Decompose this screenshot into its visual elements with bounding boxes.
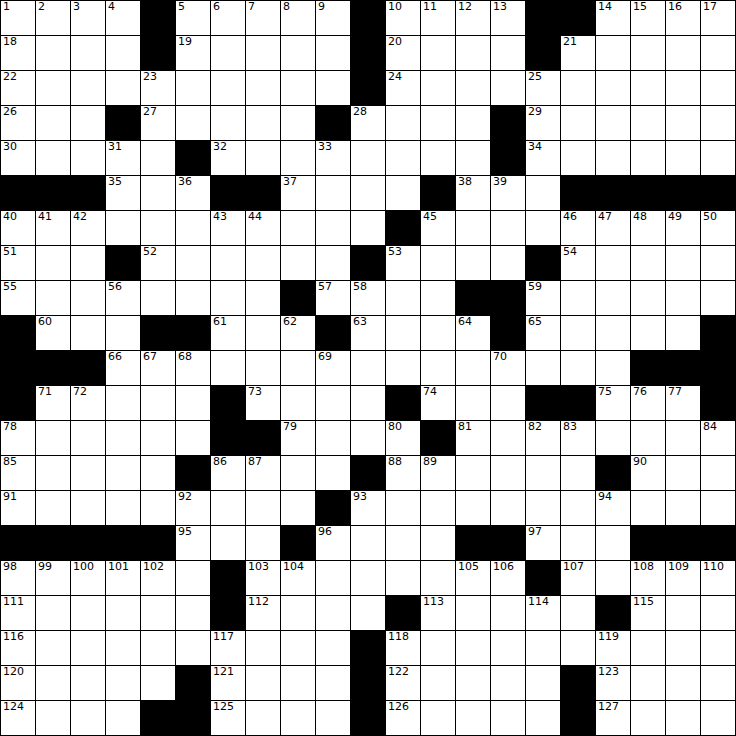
grid-cell[interactable]: 121 <box>211 666 246 701</box>
grid-cell[interactable] <box>666 141 701 176</box>
grid-cell[interactable] <box>246 631 281 666</box>
grid-cell[interactable] <box>561 281 596 316</box>
grid-cell[interactable]: 89 <box>421 456 456 491</box>
grid-cell[interactable] <box>71 491 106 526</box>
grid-cell[interactable] <box>141 176 176 211</box>
grid-cell[interactable] <box>526 666 561 701</box>
grid-cell[interactable] <box>316 701 351 736</box>
grid-cell[interactable]: 10 <box>386 1 421 36</box>
grid-cell[interactable]: 103 <box>246 561 281 596</box>
grid-cell[interactable] <box>491 596 526 631</box>
grid-cell[interactable] <box>561 316 596 351</box>
grid-cell[interactable]: 15 <box>631 1 666 36</box>
grid-cell[interactable]: 68 <box>176 351 211 386</box>
grid-cell[interactable] <box>281 596 316 631</box>
grid-cell[interactable] <box>211 36 246 71</box>
grid-cell[interactable] <box>386 141 421 176</box>
grid-cell[interactable]: 96 <box>316 526 351 561</box>
grid-cell[interactable] <box>596 316 631 351</box>
grid-cell[interactable]: 35 <box>106 176 141 211</box>
grid-cell[interactable]: 115 <box>631 596 666 631</box>
grid-cell[interactable] <box>421 281 456 316</box>
grid-cell[interactable] <box>281 211 316 246</box>
grid-cell[interactable] <box>421 491 456 526</box>
grid-cell[interactable] <box>141 386 176 421</box>
grid-cell[interactable] <box>456 666 491 701</box>
grid-cell[interactable] <box>176 386 211 421</box>
grid-cell[interactable]: 47 <box>596 211 631 246</box>
grid-cell[interactable]: 62 <box>281 316 316 351</box>
grid-cell[interactable]: 51 <box>1 246 36 281</box>
grid-cell[interactable]: 46 <box>561 211 596 246</box>
grid-cell[interactable] <box>561 71 596 106</box>
grid-cell[interactable] <box>596 36 631 71</box>
grid-cell[interactable] <box>36 456 71 491</box>
grid-cell[interactable] <box>246 351 281 386</box>
grid-cell[interactable] <box>456 596 491 631</box>
grid-cell[interactable] <box>281 141 316 176</box>
grid-cell[interactable]: 16 <box>666 1 701 36</box>
grid-cell[interactable]: 104 <box>281 561 316 596</box>
grid-cell[interactable]: 41 <box>36 211 71 246</box>
grid-cell[interactable] <box>351 561 386 596</box>
grid-cell[interactable]: 40 <box>1 211 36 246</box>
grid-cell[interactable] <box>666 456 701 491</box>
grid-cell[interactable] <box>71 71 106 106</box>
grid-cell[interactable]: 14 <box>596 1 631 36</box>
grid-cell[interactable]: 82 <box>526 421 561 456</box>
grid-cell[interactable] <box>246 106 281 141</box>
grid-cell[interactable] <box>316 561 351 596</box>
grid-cell[interactable] <box>701 456 736 491</box>
grid-cell[interactable] <box>561 141 596 176</box>
grid-cell[interactable]: 107 <box>561 561 596 596</box>
grid-cell[interactable] <box>36 421 71 456</box>
grid-cell[interactable] <box>351 421 386 456</box>
grid-cell[interactable] <box>211 351 246 386</box>
grid-cell[interactable] <box>316 36 351 71</box>
grid-cell[interactable]: 19 <box>176 36 211 71</box>
grid-cell[interactable]: 24 <box>386 71 421 106</box>
grid-cell[interactable]: 76 <box>631 386 666 421</box>
grid-cell[interactable] <box>176 631 211 666</box>
grid-cell[interactable]: 90 <box>631 456 666 491</box>
grid-cell[interactable]: 33 <box>316 141 351 176</box>
grid-cell[interactable]: 28 <box>351 106 386 141</box>
grid-cell[interactable]: 92 <box>176 491 211 526</box>
grid-cell[interactable] <box>701 141 736 176</box>
grid-cell[interactable] <box>526 491 561 526</box>
grid-cell[interactable] <box>351 526 386 561</box>
grid-cell[interactable]: 57 <box>316 281 351 316</box>
grid-cell[interactable] <box>491 71 526 106</box>
grid-cell[interactable]: 32 <box>211 141 246 176</box>
grid-cell[interactable] <box>106 596 141 631</box>
grid-cell[interactable] <box>36 491 71 526</box>
grid-cell[interactable] <box>421 71 456 106</box>
grid-cell[interactable] <box>71 246 106 281</box>
grid-cell[interactable] <box>701 631 736 666</box>
grid-cell[interactable]: 39 <box>491 176 526 211</box>
grid-cell[interactable] <box>526 456 561 491</box>
grid-cell[interactable] <box>456 106 491 141</box>
grid-cell[interactable]: 64 <box>456 316 491 351</box>
grid-cell[interactable] <box>211 526 246 561</box>
grid-cell[interactable] <box>526 351 561 386</box>
grid-cell[interactable] <box>281 666 316 701</box>
grid-cell[interactable] <box>281 631 316 666</box>
grid-cell[interactable] <box>106 211 141 246</box>
grid-cell[interactable]: 100 <box>71 561 106 596</box>
grid-cell[interactable] <box>36 631 71 666</box>
grid-cell[interactable] <box>701 246 736 281</box>
grid-cell[interactable] <box>631 491 666 526</box>
grid-cell[interactable] <box>631 316 666 351</box>
grid-cell[interactable]: 86 <box>211 456 246 491</box>
grid-cell[interactable] <box>71 666 106 701</box>
grid-cell[interactable] <box>246 246 281 281</box>
grid-cell[interactable] <box>176 106 211 141</box>
grid-cell[interactable] <box>386 281 421 316</box>
grid-cell[interactable] <box>281 106 316 141</box>
grid-cell[interactable]: 126 <box>386 701 421 736</box>
grid-cell[interactable] <box>351 141 386 176</box>
grid-cell[interactable] <box>281 491 316 526</box>
grid-cell[interactable]: 71 <box>36 386 71 421</box>
grid-cell[interactable] <box>561 351 596 386</box>
grid-cell[interactable]: 50 <box>701 211 736 246</box>
grid-cell[interactable] <box>666 421 701 456</box>
grid-cell[interactable] <box>491 246 526 281</box>
grid-cell[interactable]: 72 <box>71 386 106 421</box>
grid-cell[interactable] <box>666 71 701 106</box>
grid-cell[interactable] <box>561 631 596 666</box>
grid-cell[interactable] <box>71 36 106 71</box>
grid-cell[interactable] <box>596 246 631 281</box>
grid-cell[interactable] <box>491 386 526 421</box>
grid-cell[interactable]: 108 <box>631 561 666 596</box>
grid-cell[interactable] <box>631 421 666 456</box>
grid-cell[interactable] <box>666 106 701 141</box>
grid-cell[interactable] <box>351 386 386 421</box>
grid-cell[interactable] <box>386 106 421 141</box>
grid-cell[interactable] <box>211 71 246 106</box>
grid-cell[interactable]: 61 <box>211 316 246 351</box>
grid-cell[interactable]: 45 <box>421 211 456 246</box>
grid-cell[interactable] <box>316 456 351 491</box>
grid-cell[interactable] <box>666 36 701 71</box>
grid-cell[interactable] <box>666 666 701 701</box>
grid-cell[interactable] <box>701 106 736 141</box>
grid-cell[interactable] <box>246 526 281 561</box>
grid-cell[interactable]: 9 <box>316 1 351 36</box>
grid-cell[interactable]: 93 <box>351 491 386 526</box>
grid-cell[interactable] <box>491 701 526 736</box>
grid-cell[interactable] <box>106 36 141 71</box>
grid-cell[interactable] <box>176 596 211 631</box>
grid-cell[interactable] <box>141 421 176 456</box>
grid-cell[interactable]: 26 <box>1 106 36 141</box>
grid-cell[interactable]: 48 <box>631 211 666 246</box>
grid-cell[interactable]: 120 <box>1 666 36 701</box>
grid-cell[interactable] <box>281 36 316 71</box>
grid-cell[interactable] <box>316 176 351 211</box>
grid-cell[interactable]: 113 <box>421 596 456 631</box>
grid-cell[interactable] <box>106 456 141 491</box>
grid-cell[interactable] <box>666 701 701 736</box>
grid-cell[interactable] <box>351 351 386 386</box>
grid-cell[interactable]: 88 <box>386 456 421 491</box>
grid-cell[interactable]: 36 <box>176 176 211 211</box>
grid-cell[interactable] <box>316 211 351 246</box>
grid-cell[interactable]: 75 <box>596 386 631 421</box>
grid-cell[interactable] <box>141 211 176 246</box>
grid-cell[interactable]: 80 <box>386 421 421 456</box>
grid-cell[interactable] <box>421 141 456 176</box>
grid-cell[interactable] <box>351 596 386 631</box>
grid-cell[interactable] <box>386 316 421 351</box>
grid-cell[interactable] <box>421 36 456 71</box>
grid-cell[interactable] <box>246 316 281 351</box>
grid-cell[interactable] <box>316 421 351 456</box>
grid-cell[interactable] <box>316 246 351 281</box>
grid-cell[interactable]: 52 <box>141 246 176 281</box>
grid-cell[interactable] <box>421 666 456 701</box>
grid-cell[interactable]: 20 <box>386 36 421 71</box>
grid-cell[interactable]: 85 <box>1 456 36 491</box>
grid-cell[interactable]: 78 <box>1 421 36 456</box>
grid-cell[interactable]: 60 <box>36 316 71 351</box>
grid-cell[interactable] <box>456 386 491 421</box>
grid-cell[interactable] <box>106 631 141 666</box>
grid-cell[interactable] <box>281 701 316 736</box>
grid-cell[interactable] <box>701 36 736 71</box>
grid-cell[interactable] <box>701 491 736 526</box>
grid-cell[interactable]: 21 <box>561 36 596 71</box>
grid-cell[interactable] <box>316 631 351 666</box>
grid-cell[interactable]: 127 <box>596 701 631 736</box>
grid-cell[interactable]: 94 <box>596 491 631 526</box>
grid-cell[interactable] <box>36 281 71 316</box>
grid-cell[interactable] <box>491 456 526 491</box>
grid-cell[interactable]: 8 <box>281 1 316 36</box>
grid-cell[interactable]: 109 <box>666 561 701 596</box>
grid-cell[interactable] <box>386 561 421 596</box>
grid-cell[interactable] <box>631 141 666 176</box>
grid-cell[interactable] <box>631 71 666 106</box>
grid-cell[interactable]: 58 <box>351 281 386 316</box>
grid-cell[interactable] <box>71 281 106 316</box>
grid-cell[interactable] <box>351 176 386 211</box>
grid-cell[interactable] <box>421 561 456 596</box>
grid-cell[interactable] <box>456 141 491 176</box>
grid-cell[interactable] <box>71 701 106 736</box>
grid-cell[interactable] <box>631 246 666 281</box>
grid-cell[interactable] <box>421 246 456 281</box>
grid-cell[interactable]: 114 <box>526 596 561 631</box>
grid-cell[interactable] <box>71 456 106 491</box>
grid-cell[interactable] <box>491 666 526 701</box>
grid-cell[interactable] <box>36 71 71 106</box>
grid-cell[interactable]: 22 <box>1 71 36 106</box>
grid-cell[interactable]: 37 <box>281 176 316 211</box>
grid-cell[interactable]: 29 <box>526 106 561 141</box>
grid-cell[interactable]: 79 <box>281 421 316 456</box>
grid-cell[interactable] <box>281 386 316 421</box>
grid-cell[interactable]: 110 <box>701 561 736 596</box>
grid-cell[interactable]: 34 <box>526 141 561 176</box>
grid-cell[interactable]: 77 <box>666 386 701 421</box>
grid-cell[interactable] <box>701 596 736 631</box>
grid-cell[interactable]: 27 <box>141 106 176 141</box>
grid-cell[interactable]: 66 <box>106 351 141 386</box>
grid-cell[interactable]: 101 <box>106 561 141 596</box>
grid-cell[interactable] <box>36 106 71 141</box>
grid-cell[interactable] <box>316 386 351 421</box>
grid-cell[interactable] <box>631 36 666 71</box>
grid-cell[interactable]: 69 <box>316 351 351 386</box>
grid-cell[interactable] <box>71 631 106 666</box>
grid-cell[interactable] <box>596 281 631 316</box>
grid-cell[interactable] <box>106 666 141 701</box>
grid-cell[interactable] <box>596 71 631 106</box>
grid-cell[interactable] <box>71 316 106 351</box>
grid-cell[interactable] <box>666 246 701 281</box>
grid-cell[interactable]: 118 <box>386 631 421 666</box>
grid-cell[interactable] <box>246 281 281 316</box>
grid-cell[interactable] <box>491 631 526 666</box>
grid-cell[interactable] <box>456 456 491 491</box>
grid-cell[interactable]: 12 <box>456 1 491 36</box>
grid-cell[interactable]: 38 <box>456 176 491 211</box>
grid-cell[interactable] <box>456 631 491 666</box>
grid-cell[interactable]: 87 <box>246 456 281 491</box>
grid-cell[interactable] <box>456 491 491 526</box>
grid-cell[interactable] <box>526 701 561 736</box>
grid-cell[interactable]: 44 <box>246 211 281 246</box>
grid-cell[interactable] <box>36 141 71 176</box>
grid-cell[interactable] <box>421 351 456 386</box>
grid-cell[interactable]: 42 <box>71 211 106 246</box>
grid-cell[interactable]: 122 <box>386 666 421 701</box>
grid-cell[interactable] <box>106 491 141 526</box>
grid-cell[interactable]: 112 <box>246 596 281 631</box>
grid-cell[interactable]: 91 <box>1 491 36 526</box>
grid-cell[interactable] <box>281 71 316 106</box>
grid-cell[interactable]: 95 <box>176 526 211 561</box>
grid-cell[interactable] <box>71 596 106 631</box>
grid-cell[interactable]: 97 <box>526 526 561 561</box>
grid-cell[interactable]: 4 <box>106 1 141 36</box>
grid-cell[interactable] <box>141 141 176 176</box>
grid-cell[interactable]: 84 <box>701 421 736 456</box>
grid-cell[interactable]: 123 <box>596 666 631 701</box>
grid-cell[interactable] <box>561 526 596 561</box>
grid-cell[interactable] <box>491 36 526 71</box>
grid-cell[interactable]: 117 <box>211 631 246 666</box>
grid-cell[interactable] <box>386 526 421 561</box>
grid-cell[interactable] <box>701 281 736 316</box>
grid-cell[interactable] <box>421 631 456 666</box>
grid-cell[interactable] <box>246 491 281 526</box>
grid-cell[interactable]: 13 <box>491 1 526 36</box>
grid-cell[interactable] <box>71 106 106 141</box>
grid-cell[interactable] <box>631 281 666 316</box>
grid-cell[interactable]: 5 <box>176 1 211 36</box>
grid-cell[interactable]: 119 <box>596 631 631 666</box>
grid-cell[interactable]: 81 <box>456 421 491 456</box>
grid-cell[interactable] <box>71 421 106 456</box>
grid-cell[interactable] <box>176 211 211 246</box>
grid-cell[interactable] <box>666 316 701 351</box>
grid-cell[interactable]: 25 <box>526 71 561 106</box>
grid-cell[interactable]: 3 <box>71 1 106 36</box>
grid-cell[interactable] <box>701 71 736 106</box>
grid-cell[interactable]: 59 <box>526 281 561 316</box>
grid-cell[interactable] <box>36 246 71 281</box>
grid-cell[interactable]: 74 <box>421 386 456 421</box>
grid-cell[interactable] <box>246 36 281 71</box>
grid-cell[interactable] <box>211 246 246 281</box>
grid-cell[interactable] <box>176 561 211 596</box>
grid-cell[interactable] <box>246 141 281 176</box>
grid-cell[interactable] <box>246 71 281 106</box>
grid-cell[interactable] <box>211 106 246 141</box>
grid-cell[interactable] <box>596 526 631 561</box>
grid-cell[interactable] <box>211 281 246 316</box>
grid-cell[interactable] <box>596 421 631 456</box>
grid-cell[interactable] <box>141 456 176 491</box>
grid-cell[interactable] <box>526 176 561 211</box>
grid-cell[interactable] <box>71 141 106 176</box>
grid-cell[interactable]: 11 <box>421 1 456 36</box>
grid-cell[interactable] <box>106 386 141 421</box>
grid-cell[interactable] <box>176 281 211 316</box>
grid-cell[interactable]: 7 <box>246 1 281 36</box>
grid-cell[interactable]: 1 <box>1 1 36 36</box>
grid-cell[interactable]: 102 <box>141 561 176 596</box>
grid-cell[interactable]: 23 <box>141 71 176 106</box>
grid-cell[interactable] <box>141 491 176 526</box>
grid-cell[interactable] <box>456 701 491 736</box>
grid-cell[interactable] <box>596 351 631 386</box>
grid-cell[interactable]: 105 <box>456 561 491 596</box>
grid-cell[interactable] <box>456 246 491 281</box>
grid-cell[interactable]: 2 <box>36 1 71 36</box>
grid-cell[interactable] <box>36 36 71 71</box>
grid-cell[interactable]: 56 <box>106 281 141 316</box>
grid-cell[interactable]: 54 <box>561 246 596 281</box>
grid-cell[interactable] <box>351 211 386 246</box>
grid-cell[interactable]: 18 <box>1 36 36 71</box>
grid-cell[interactable]: 43 <box>211 211 246 246</box>
grid-cell[interactable]: 63 <box>351 316 386 351</box>
grid-cell[interactable] <box>281 351 316 386</box>
grid-cell[interactable] <box>456 211 491 246</box>
grid-cell[interactable] <box>106 71 141 106</box>
grid-cell[interactable] <box>316 596 351 631</box>
grid-cell[interactable]: 6 <box>211 1 246 36</box>
grid-cell[interactable] <box>701 701 736 736</box>
grid-cell[interactable] <box>561 456 596 491</box>
grid-cell[interactable]: 106 <box>491 561 526 596</box>
grid-cell[interactable] <box>421 526 456 561</box>
grid-cell[interactable]: 124 <box>1 701 36 736</box>
grid-cell[interactable] <box>421 106 456 141</box>
grid-cell[interactable]: 70 <box>491 351 526 386</box>
grid-cell[interactable] <box>176 246 211 281</box>
grid-cell[interactable] <box>386 176 421 211</box>
